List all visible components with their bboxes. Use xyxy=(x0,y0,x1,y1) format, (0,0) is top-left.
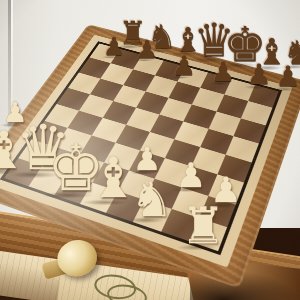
piece-white-pawn-d2[interactable]: ♟ xyxy=(2,99,27,127)
piece-black-pawn-e7[interactable]: ♟ xyxy=(246,61,271,89)
pieces-layer: ♜♞♝♛♚♝♞♟♟♟♟♟♟♝♛♚♝♞♜♟♟♟♟ xyxy=(0,0,300,300)
piece-black-pawn-a7[interactable]: ♟ xyxy=(103,34,125,59)
piece-white-pawn-g2[interactable]: ♟ xyxy=(176,158,206,192)
piece-white-pawn-f2[interactable]: ♟ xyxy=(133,143,162,175)
chess-table-photo: ♜♞♝♛♚♝♞♟♟♟♟♟♟♝♛♚♝♞♜♟♟♟♟ xyxy=(0,0,300,300)
piece-black-pawn-d7[interactable]: ♟ xyxy=(211,58,235,85)
piece-black-pawn-b7[interactable]: ♟ xyxy=(136,37,158,62)
piece-black-pawn-f7[interactable]: ♟ xyxy=(275,63,300,91)
piece-black-pawn-c7[interactable]: ♟ xyxy=(172,52,196,79)
piece-white-pawn-h2[interactable]: ♟ xyxy=(210,173,241,208)
piece-white-knight-g1[interactable]: ♞ xyxy=(130,175,173,223)
